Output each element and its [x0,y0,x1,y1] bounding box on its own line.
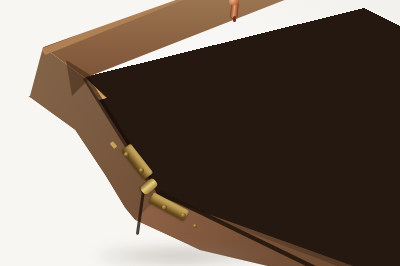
travel-chess-board-photo [0,0,400,266]
hinge-screw-icon [139,168,144,173]
hinge-screw-icon [193,224,197,228]
hinge-screw-icon [162,205,167,210]
hinge-screw-icon [124,152,129,157]
hinge-screw-icon [181,213,186,218]
cast-shadow [95,243,280,266]
copper-clasp-mount [233,16,236,22]
